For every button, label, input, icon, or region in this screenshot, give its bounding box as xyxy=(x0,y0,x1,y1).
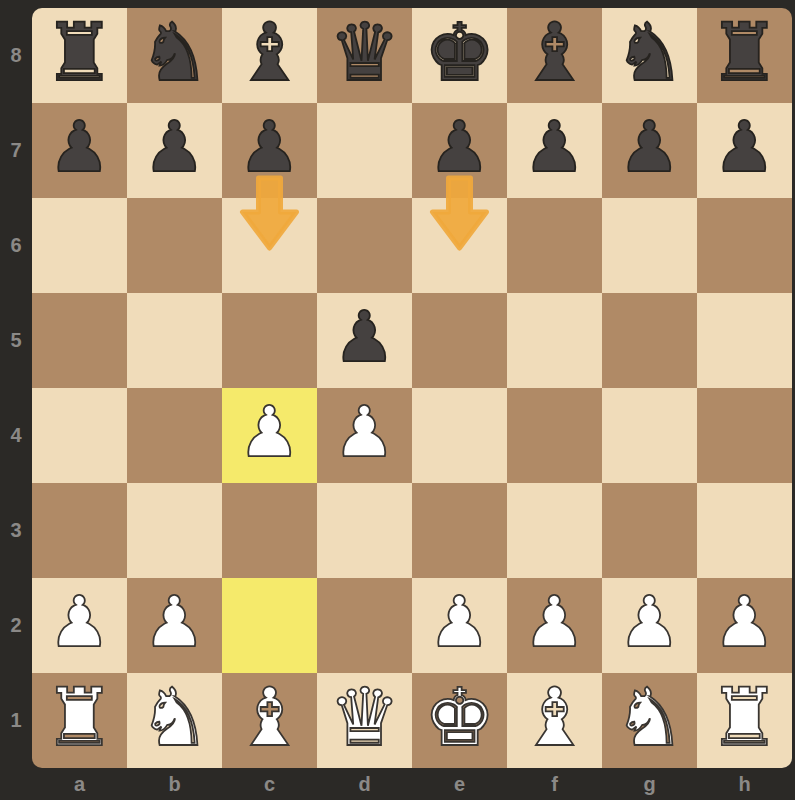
square-g8[interactable]: ♞ xyxy=(602,8,697,103)
white-pawn[interactable]: ♟ xyxy=(238,385,301,480)
square-e5[interactable] xyxy=(412,293,507,388)
square-g6[interactable] xyxy=(602,198,697,293)
black-pawn[interactable]: ♟ xyxy=(523,100,586,195)
white-pawn[interactable]: ♟ xyxy=(523,575,586,670)
square-f8[interactable]: ♝ xyxy=(507,8,602,103)
white-pawn[interactable]: ♟ xyxy=(143,575,206,670)
square-f5[interactable] xyxy=(507,293,602,388)
square-a7[interactable]: ♟ xyxy=(32,103,127,198)
square-a2[interactable]: ♟ xyxy=(32,578,127,673)
square-e2[interactable]: ♟ xyxy=(412,578,507,673)
square-a4[interactable] xyxy=(32,388,127,483)
square-a5[interactable] xyxy=(32,293,127,388)
white-pawn[interactable]: ♟ xyxy=(48,575,111,670)
black-pawn[interactable]: ♟ xyxy=(713,100,776,195)
black-queen[interactable]: ♛ xyxy=(329,8,401,100)
square-g3[interactable] xyxy=(602,483,697,578)
black-bishop[interactable]: ♝ xyxy=(519,8,591,100)
white-pawn[interactable]: ♟ xyxy=(333,385,396,480)
square-e4[interactable] xyxy=(412,388,507,483)
square-e7[interactable]: ♟ xyxy=(412,103,507,198)
square-b5[interactable] xyxy=(127,293,222,388)
file-label-c: c xyxy=(222,768,317,800)
white-pawn[interactable]: ♟ xyxy=(618,575,681,670)
square-b6[interactable] xyxy=(127,198,222,293)
rank-label-2: 2 xyxy=(0,578,32,673)
square-h4[interactable] xyxy=(697,388,792,483)
square-f2[interactable]: ♟ xyxy=(507,578,602,673)
square-b7[interactable]: ♟ xyxy=(127,103,222,198)
file-label-e: e xyxy=(412,768,507,800)
file-labels: abcdefgh xyxy=(32,768,792,800)
black-pawn[interactable]: ♟ xyxy=(238,100,301,195)
rank-label-1: 1 xyxy=(0,673,32,768)
square-c8[interactable]: ♝ xyxy=(222,8,317,103)
square-a6[interactable] xyxy=(32,198,127,293)
black-knight[interactable]: ♞ xyxy=(139,8,211,100)
rank-label-4: 4 xyxy=(0,388,32,483)
square-f7[interactable]: ♟ xyxy=(507,103,602,198)
black-pawn[interactable]: ♟ xyxy=(428,100,491,195)
square-h6[interactable] xyxy=(697,198,792,293)
white-king[interactable]: ♚ xyxy=(424,670,496,765)
black-rook[interactable]: ♜ xyxy=(709,8,781,100)
square-b3[interactable] xyxy=(127,483,222,578)
square-d1[interactable]: ♛ xyxy=(317,673,412,768)
black-pawn[interactable]: ♟ xyxy=(48,100,111,195)
square-e6[interactable] xyxy=(412,198,507,293)
rank-label-6: 6 xyxy=(0,198,32,293)
file-label-g: g xyxy=(602,768,697,800)
square-c3[interactable] xyxy=(222,483,317,578)
file-label-h: h xyxy=(697,768,792,800)
black-pawn[interactable]: ♟ xyxy=(333,290,396,385)
square-f1[interactable]: ♝ xyxy=(507,673,602,768)
square-b4[interactable] xyxy=(127,388,222,483)
square-d2[interactable] xyxy=(317,578,412,673)
black-pawn[interactable]: ♟ xyxy=(618,100,681,195)
white-pawn[interactable]: ♟ xyxy=(713,575,776,670)
rank-label-8: 8 xyxy=(0,8,32,103)
file-label-d: d xyxy=(317,768,412,800)
square-b2[interactable]: ♟ xyxy=(127,578,222,673)
square-c7[interactable]: ♟ xyxy=(222,103,317,198)
square-c5[interactable] xyxy=(222,293,317,388)
square-h1[interactable]: ♜ xyxy=(697,673,792,768)
square-b1[interactable]: ♞ xyxy=(127,673,222,768)
square-h7[interactable]: ♟ xyxy=(697,103,792,198)
chess-board-app: 87654321 ♜♞♝♛♚♝♞♜♟♟♟♟♟♟♟♟♟♟♟♟♟♟♟♟♜♞♝♛♚♝♞… xyxy=(0,0,795,800)
square-g2[interactable]: ♟ xyxy=(602,578,697,673)
white-bishop[interactable]: ♝ xyxy=(234,670,306,765)
square-g1[interactable]: ♞ xyxy=(602,673,697,768)
square-a3[interactable] xyxy=(32,483,127,578)
square-c2[interactable] xyxy=(222,578,317,673)
file-label-f: f xyxy=(507,768,602,800)
black-rook[interactable]: ♜ xyxy=(44,8,116,100)
white-rook[interactable]: ♜ xyxy=(709,670,781,765)
square-d5[interactable]: ♟ xyxy=(317,293,412,388)
white-bishop[interactable]: ♝ xyxy=(519,670,591,765)
square-d8[interactable]: ♛ xyxy=(317,8,412,103)
square-c6[interactable] xyxy=(222,198,317,293)
square-g4[interactable] xyxy=(602,388,697,483)
square-f6[interactable] xyxy=(507,198,602,293)
square-d4[interactable]: ♟ xyxy=(317,388,412,483)
square-a8[interactable]: ♜ xyxy=(32,8,127,103)
white-knight[interactable]: ♞ xyxy=(614,670,686,765)
file-label-b: b xyxy=(127,768,222,800)
square-a1[interactable]: ♜ xyxy=(32,673,127,768)
square-d3[interactable] xyxy=(317,483,412,578)
square-d7[interactable] xyxy=(317,103,412,198)
square-h5[interactable] xyxy=(697,293,792,388)
white-knight[interactable]: ♞ xyxy=(139,670,211,765)
square-g5[interactable] xyxy=(602,293,697,388)
square-e3[interactable] xyxy=(412,483,507,578)
file-label-a: a xyxy=(32,768,127,800)
rank-label-3: 3 xyxy=(0,483,32,578)
rank-label-7: 7 xyxy=(0,103,32,198)
white-queen[interactable]: ♛ xyxy=(329,670,401,765)
white-rook[interactable]: ♜ xyxy=(44,670,116,765)
square-d6[interactable] xyxy=(317,198,412,293)
black-bishop[interactable]: ♝ xyxy=(234,8,306,100)
rank-label-5: 5 xyxy=(0,293,32,388)
white-pawn[interactable]: ♟ xyxy=(428,575,491,670)
square-b8[interactable]: ♞ xyxy=(127,8,222,103)
square-h2[interactable]: ♟ xyxy=(697,578,792,673)
square-h3[interactable] xyxy=(697,483,792,578)
square-c4[interactable]: ♟ xyxy=(222,388,317,483)
black-pawn[interactable]: ♟ xyxy=(143,100,206,195)
square-e8[interactable]: ♚ xyxy=(412,8,507,103)
square-f3[interactable] xyxy=(507,483,602,578)
square-e1[interactable]: ♚ xyxy=(412,673,507,768)
square-c1[interactable]: ♝ xyxy=(222,673,317,768)
chess-board: ♜♞♝♛♚♝♞♜♟♟♟♟♟♟♟♟♟♟♟♟♟♟♟♟♜♞♝♛♚♝♞♜ xyxy=(32,8,792,768)
black-knight[interactable]: ♞ xyxy=(614,8,686,100)
black-king[interactable]: ♚ xyxy=(424,8,496,100)
square-h8[interactable]: ♜ xyxy=(697,8,792,103)
square-g7[interactable]: ♟ xyxy=(602,103,697,198)
square-f4[interactable] xyxy=(507,388,602,483)
rank-labels: 87654321 xyxy=(0,8,32,768)
